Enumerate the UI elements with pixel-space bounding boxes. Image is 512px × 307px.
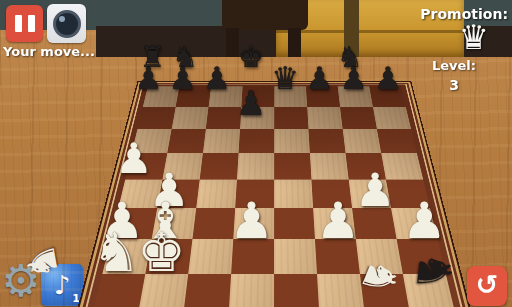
music-note-icon: ♪ (54, 272, 71, 298)
promotion-queen-icon[interactable]: ♛ (459, 20, 489, 54)
pause-button[interactable] (6, 5, 43, 42)
board-frame (73, 81, 475, 307)
gear-icon: ⚙ (1, 259, 40, 303)
board-distance-shading (93, 86, 455, 307)
pause-icon (28, 15, 35, 32)
undo-arrow-icon: ↺ (476, 271, 499, 298)
camera-button[interactable] (47, 4, 86, 43)
level-label: Level: (424, 58, 484, 73)
camera-icon (53, 10, 81, 38)
chessboard-3d[interactable] (73, 0, 477, 307)
level-value: 3 (424, 77, 484, 93)
board-squares[interactable] (93, 86, 455, 307)
settings-button[interactable]: ⚙ (0, 258, 44, 304)
pause-icon (15, 15, 22, 32)
status-text: Your move... (3, 44, 95, 59)
undo-button[interactable]: ↺ (467, 266, 507, 306)
